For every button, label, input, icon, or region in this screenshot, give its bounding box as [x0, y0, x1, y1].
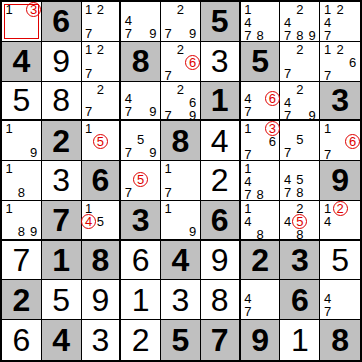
cell-r4c6[interactable]: 4: [201, 121, 241, 161]
candidate-5-circled: 5: [94, 135, 106, 148]
candidate-9: 9: [306, 109, 318, 122]
candidate-7: 7: [281, 29, 293, 42]
candidate-1: 1: [3, 202, 15, 215]
candidate-9: 9: [187, 225, 199, 238]
candidate-6: 6: [187, 96, 199, 109]
given-digit: 3: [331, 84, 349, 116]
cell-r1c8[interactable]: 24789: [280, 2, 320, 42]
pencil-marks: 189: [2, 201, 41, 239]
pencil-marks: 2479: [280, 82, 319, 120]
cell-r1c7[interactable]: 1478: [241, 2, 281, 42]
candidate-5: 5: [294, 133, 306, 146]
candidate-5: 5: [94, 215, 106, 228]
candidate-1: 1: [321, 122, 334, 135]
cell-r3c1[interactable]: 5: [2, 82, 42, 122]
given-digit: 8: [172, 125, 190, 157]
solved-digit: 5: [52, 284, 70, 316]
candidate-7: 7: [242, 188, 254, 201]
candidate-7: 7: [281, 109, 293, 122]
candidate-7: 7: [83, 27, 95, 40]
candidate-2: 2: [334, 3, 347, 16]
cell-r2c7[interactable]: 5: [241, 42, 281, 82]
given-digit: 6: [211, 204, 229, 236]
cell-r7c4[interactable]: 6: [121, 241, 161, 281]
cell-r3c2[interactable]: 8: [42, 82, 82, 122]
candidate-1: 1: [321, 43, 334, 56]
given-digit: 1: [52, 244, 70, 276]
cell-r7c7[interactable]: 2: [241, 241, 281, 281]
cell-r4c3[interactable]: 15: [82, 121, 122, 161]
cell-r5c2[interactable]: 3: [42, 161, 82, 201]
solved-digit: 8: [52, 84, 70, 116]
cell-r6c9[interactable]: 124: [320, 201, 360, 241]
cell-r3c6[interactable]: 1: [201, 82, 241, 122]
cell-r9c7[interactable]: 9: [241, 320, 281, 360]
candidate-8: 8: [254, 188, 266, 201]
given-digit: 2: [251, 244, 269, 276]
cell-r6c7[interactable]: 148: [241, 201, 281, 241]
cell-r3c9[interactable]: 3: [320, 82, 360, 122]
cell-r9c4[interactable]: 2: [121, 320, 161, 360]
pencil-marks: 267: [161, 42, 200, 81]
solved-digit: 9: [92, 284, 110, 316]
cell-r6c8[interactable]: 2458: [280, 201, 320, 241]
candidate-1: 1: [321, 202, 334, 215]
pencil-marks: 19: [2, 121, 41, 160]
cell-r8c6[interactable]: 8: [201, 280, 241, 320]
pencil-marks: 467: [241, 82, 280, 120]
pencil-marks: 167: [320, 121, 360, 160]
given-digit: 7: [52, 204, 70, 236]
candidate-8: 8: [294, 228, 306, 241]
cell-r5c4[interactable]: 57: [121, 161, 161, 201]
solved-digit: 3: [172, 284, 190, 316]
given-digit: 4: [52, 324, 70, 356]
given-digit: 3: [132, 204, 150, 236]
cell-r6c4[interactable]: 3: [121, 201, 161, 241]
solved-digit: 9: [211, 244, 229, 276]
cell-r6c5[interactable]: 19: [161, 201, 201, 241]
candidate-7: 7: [321, 69, 334, 82]
candidate-1: 1: [3, 162, 15, 175]
cell-r4c8[interactable]: 57: [280, 121, 320, 161]
candidate-1: 1: [3, 3, 15, 16]
candidate-8: 8: [254, 228, 266, 241]
solved-digit: 2: [211, 164, 229, 196]
pencil-marks: 4578: [280, 161, 319, 200]
cell-r1c4[interactable]: 479: [121, 2, 161, 42]
pencil-marks: 47: [320, 280, 360, 319]
candidate-2-circled: 2: [334, 202, 347, 215]
given-digit: 5: [211, 5, 229, 37]
candidate-2: 2: [174, 83, 186, 96]
cell-r9c5[interactable]: 5: [161, 320, 201, 360]
candidate-7: 7: [281, 186, 293, 199]
candidate-7: 7: [122, 27, 134, 40]
given-digit: 8: [92, 244, 110, 276]
candidate-1: 1: [83, 43, 95, 56]
solved-digit: 3: [92, 324, 110, 356]
candidate-5: 5: [135, 133, 147, 146]
given-digit: 3: [291, 244, 309, 276]
cell-r2c8[interactable]: 27: [280, 42, 320, 82]
cell-r1c1[interactable]: 13: [2, 2, 42, 42]
candidate-9: 9: [187, 27, 199, 40]
candidate-8: 8: [254, 29, 266, 42]
candidate-4: 4: [281, 173, 293, 186]
cell-r6c2[interactable]: 7: [42, 201, 82, 241]
candidate-4: 4: [281, 96, 293, 109]
candidate-7: 7: [321, 148, 334, 161]
given-digit: 6: [92, 164, 110, 196]
pencil-marks: 1267: [320, 42, 360, 81]
cell-r8c3[interactable]: 9: [82, 280, 122, 320]
candidate-1: 1: [83, 122, 95, 135]
candidate-2: 2: [174, 3, 186, 16]
solved-digit: 3: [211, 45, 229, 77]
cell-r1c6[interactable]: 5: [201, 2, 241, 42]
pencil-marks: 2679: [161, 82, 200, 120]
given-digit: 1: [211, 84, 229, 116]
cell-r3c8[interactable]: 2479: [280, 82, 320, 122]
candidate-6: 6: [346, 56, 359, 69]
cell-r6c6[interactable]: 6: [201, 201, 241, 241]
cell-r4c4[interactable]: 579: [121, 121, 161, 161]
candidate-5-circled: 5: [294, 215, 306, 228]
cell-r2c3[interactable]: 127: [82, 42, 122, 82]
pencil-marks: 1478: [241, 161, 280, 200]
cell-r7c3[interactable]: 8: [82, 241, 122, 281]
given-digit: 6: [52, 5, 70, 37]
given-digit: 2: [52, 125, 70, 157]
pencil-marks: 47: [241, 280, 280, 319]
pencil-marks: 27: [280, 42, 319, 81]
pencil-marks: 1367: [241, 121, 280, 160]
candidate-7: 7: [122, 105, 134, 118]
candidate-4-circled: 4: [83, 215, 95, 228]
candidate-1: 1: [162, 202, 174, 215]
candidate-6: 6: [266, 135, 278, 148]
cell-r4c9[interactable]: 167: [320, 121, 360, 161]
candidate-5-circled: 5: [135, 173, 147, 186]
cell-r8c8[interactable]: 6: [280, 280, 320, 320]
pencil-marks: 579: [121, 121, 160, 160]
solved-digit: 5: [12, 84, 30, 116]
solved-digit: 7: [12, 244, 30, 276]
cell-r5c1[interactable]: 18: [2, 161, 42, 201]
candidate-2: 2: [94, 3, 106, 16]
pencil-marks: 145: [82, 201, 120, 239]
candidate-1: 1: [83, 3, 95, 16]
given-digit: 4: [172, 244, 190, 276]
cell-r7c2[interactable]: 1: [42, 241, 82, 281]
cell-r2c1[interactable]: 4: [2, 42, 42, 82]
pencil-marks: 15: [82, 121, 120, 160]
cell-r5c5[interactable]: 17: [161, 161, 201, 201]
pencil-marks: 57: [280, 121, 319, 160]
cell-r3c3[interactable]: 27: [82, 82, 122, 122]
cell-r5c3[interactable]: 6: [82, 161, 122, 201]
cell-r8c2[interactable]: 5: [42, 280, 82, 320]
candidate-4: 4: [242, 215, 254, 228]
cell-r4c5[interactable]: 8: [161, 121, 201, 161]
cell-r1c3[interactable]: 127: [82, 2, 122, 42]
cell-r7c6[interactable]: 9: [201, 241, 241, 281]
candidate-9: 9: [187, 109, 199, 122]
candidate-7: 7: [321, 29, 334, 42]
cell-r5c8[interactable]: 4578: [280, 161, 320, 201]
pencil-marks: 124: [320, 201, 360, 239]
given-digit: 5: [251, 45, 269, 77]
candidate-2: 2: [294, 43, 306, 56]
candidate-7: 7: [162, 27, 174, 40]
pencil-marks: 127: [82, 42, 120, 81]
candidate-2: 2: [94, 43, 106, 56]
candidate-7: 7: [122, 146, 134, 159]
pencil-marks: 127: [82, 2, 120, 41]
cell-r9c8[interactable]: 1: [280, 320, 320, 360]
cell-r2c2[interactable]: 9: [42, 42, 82, 82]
cell-r5c6[interactable]: 2: [201, 161, 241, 201]
solved-digit: 6: [132, 244, 150, 276]
candidate-9: 9: [147, 146, 159, 159]
pencil-marks: 19: [161, 201, 200, 239]
pencil-marks: 13: [2, 2, 41, 41]
pencil-marks: 479: [121, 82, 160, 120]
cell-r8c9[interactable]: 47: [320, 280, 360, 320]
given-digit: 6: [291, 284, 309, 316]
candidate-6-circled: 6: [346, 135, 359, 148]
cell-r3c5[interactable]: 2679: [161, 82, 201, 122]
candidate-2: 2: [174, 43, 186, 56]
candidate-7: 7: [162, 186, 174, 199]
candidate-7: 7: [162, 69, 174, 82]
candidate-7: 7: [242, 305, 254, 318]
solved-digit: 2: [132, 324, 150, 356]
cell-r1c5[interactable]: 279: [161, 2, 201, 42]
candidate-7: 7: [242, 105, 254, 118]
cell-r2c6[interactable]: 3: [201, 42, 241, 82]
cell-r9c2[interactable]: 4: [42, 320, 82, 360]
given-digit: 9: [251, 324, 269, 356]
candidate-7: 7: [242, 148, 254, 161]
candidate-7: 7: [83, 67, 95, 80]
cell-r1c9[interactable]: 1247: [320, 2, 360, 42]
solved-digit: 6: [12, 324, 30, 356]
sudoku-board: 1361274792795147824789124749127826735271…: [0, 0, 362, 362]
candidate-7: 7: [242, 29, 254, 42]
cell-r9c1[interactable]: 6: [2, 320, 42, 360]
candidate-8: 8: [294, 186, 306, 199]
candidate-3-circled: 3: [28, 3, 40, 16]
candidate-8: 8: [294, 29, 306, 42]
pencil-marks: 57: [121, 161, 160, 200]
cell-r7c8[interactable]: 3: [280, 241, 320, 281]
pencil-marks: 1247: [320, 2, 360, 41]
cell-r7c9[interactable]: 5: [320, 241, 360, 281]
candidate-9: 9: [306, 29, 318, 42]
given-digit: 5: [172, 324, 190, 356]
given-digit: 4: [12, 45, 30, 77]
cell-r8c5[interactable]: 3: [161, 280, 201, 320]
cell-r8c7[interactable]: 47: [241, 280, 281, 320]
cell-r7c5[interactable]: 4: [161, 241, 201, 281]
candidate-6-circled: 6: [187, 56, 199, 69]
candidate-4: 4: [321, 215, 334, 228]
candidate-9: 9: [28, 146, 40, 159]
candidate-1: 1: [162, 162, 174, 175]
candidate-7: 7: [122, 186, 134, 199]
candidate-7: 7: [281, 67, 293, 80]
cell-r5c9[interactable]: 9: [320, 161, 360, 201]
candidate-2: 2: [334, 43, 347, 56]
solved-digit: 4: [211, 125, 229, 157]
candidate-8: 8: [15, 225, 27, 238]
solved-digit: 1: [132, 284, 150, 316]
solved-digit: 5: [331, 244, 349, 276]
pencil-marks: 279: [161, 2, 200, 41]
candidate-2: 2: [294, 202, 306, 215]
candidate-5: 5: [294, 173, 306, 186]
candidate-4: 4: [122, 14, 134, 27]
candidate-7: 7: [83, 105, 95, 118]
given-digit: 8: [331, 324, 349, 356]
cell-r4c7[interactable]: 1367: [241, 121, 281, 161]
cell-r3c4[interactable]: 479: [121, 82, 161, 122]
given-digit: 9: [331, 164, 349, 196]
pencil-marks: 148: [241, 201, 280, 239]
given-digit: 2: [12, 284, 30, 316]
pencil-marks: 479: [121, 2, 160, 41]
solved-digit: 9: [52, 45, 70, 77]
candidate-1: 1: [3, 122, 15, 135]
candidate-2: 2: [94, 83, 106, 96]
cell-r8c1[interactable]: 2: [2, 280, 42, 320]
pencil-marks: 18: [2, 161, 41, 200]
solved-digit: 3: [52, 164, 70, 196]
cell-r1c2[interactable]: 6: [42, 2, 82, 42]
cell-r4c2[interactable]: 2: [42, 121, 82, 161]
pencil-marks: 2458: [280, 201, 319, 239]
cell-r3c7[interactable]: 467: [241, 82, 281, 122]
cell-r2c4[interactable]: 8: [121, 42, 161, 82]
candidate-1: 1: [83, 202, 95, 215]
cell-r9c6[interactable]: 7: [201, 320, 241, 360]
candidate-1: 1: [242, 122, 254, 135]
cell-r9c9[interactable]: 8: [320, 320, 360, 360]
cell-r2c5[interactable]: 267: [161, 42, 201, 82]
solved-digit: 8: [211, 284, 229, 316]
given-digit: 8: [132, 45, 150, 77]
candidate-8: 8: [15, 186, 27, 199]
candidate-9: 9: [28, 225, 40, 238]
candidate-9: 9: [147, 27, 159, 40]
cell-r5c7[interactable]: 1478: [241, 161, 281, 201]
cell-r9c3[interactable]: 3: [82, 320, 122, 360]
pencil-marks: 1478: [241, 2, 280, 41]
candidate-1: 1: [242, 202, 254, 215]
solved-digit: 1: [291, 324, 309, 356]
pencil-marks: 24789: [280, 2, 319, 41]
candidate-7: 7: [162, 109, 174, 122]
cell-r6c1[interactable]: 189: [2, 201, 42, 241]
pencil-marks: 27: [82, 82, 120, 120]
pencil-marks: 17: [161, 161, 200, 200]
cell-r2c9[interactable]: 1267: [320, 42, 360, 82]
cell-r7c1[interactable]: 7: [2, 241, 42, 281]
cell-r4c1[interactable]: 19: [2, 121, 42, 161]
candidate-7: 7: [321, 305, 334, 318]
candidate-2: 2: [294, 3, 306, 16]
candidate-6-circled: 6: [266, 92, 278, 105]
candidate-9: 9: [147, 105, 159, 118]
cell-r6c3[interactable]: 145: [82, 201, 122, 241]
candidate-2: 2: [294, 83, 306, 96]
given-digit: 7: [211, 324, 229, 356]
cell-r8c4[interactable]: 1: [121, 280, 161, 320]
candidate-7: 7: [281, 146, 293, 159]
